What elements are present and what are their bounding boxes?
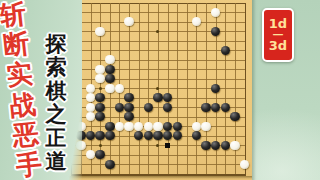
white-stone bbox=[86, 112, 95, 121]
black-stone bbox=[144, 131, 153, 140]
white-stone bbox=[95, 65, 104, 74]
star-point bbox=[99, 87, 102, 90]
black-stone bbox=[163, 122, 172, 131]
black-stone bbox=[95, 112, 104, 121]
black-stone bbox=[144, 103, 153, 112]
go-board bbox=[66, 0, 252, 180]
headline-black: 探索棋之正道 bbox=[41, 34, 71, 172]
black-stone bbox=[115, 103, 124, 112]
white-stone bbox=[192, 122, 201, 131]
grid-line-vertical bbox=[196, 3, 197, 175]
black-stone bbox=[201, 141, 210, 150]
black-stone bbox=[221, 103, 230, 112]
black-stone bbox=[124, 112, 133, 121]
white-stone bbox=[240, 160, 249, 169]
white-stone bbox=[230, 141, 239, 150]
black-stone bbox=[95, 103, 104, 112]
grid-line-vertical bbox=[168, 3, 169, 175]
white-stone bbox=[192, 17, 201, 26]
black-stone bbox=[211, 84, 220, 93]
white-stone bbox=[115, 122, 124, 131]
white-stone bbox=[115, 84, 124, 93]
headline-black-char: 正 bbox=[46, 128, 67, 149]
white-stone bbox=[124, 17, 133, 26]
black-stone bbox=[230, 112, 239, 121]
black-stone bbox=[105, 74, 114, 83]
white-stone bbox=[86, 84, 95, 93]
black-stone bbox=[173, 122, 182, 131]
white-stone bbox=[153, 122, 162, 131]
headline-black-char: 棋 bbox=[46, 81, 67, 102]
headline-red-char: 实 bbox=[5, 60, 34, 89]
move-square-marker bbox=[165, 143, 170, 148]
black-stone bbox=[95, 93, 104, 102]
white-stone bbox=[211, 8, 220, 17]
black-stone bbox=[192, 131, 201, 140]
headline-black-char: 之 bbox=[46, 104, 67, 125]
black-stone bbox=[163, 93, 172, 102]
black-stone bbox=[86, 131, 95, 140]
black-stone bbox=[134, 131, 143, 140]
white-stone bbox=[86, 93, 95, 102]
black-stone bbox=[124, 93, 133, 102]
headline-red-char: 斩 bbox=[0, 0, 27, 29]
headline-panel: 斩断实战恶手 探索棋之正道 bbox=[0, 0, 82, 180]
black-stone bbox=[105, 160, 114, 169]
headline-red-char: 战 bbox=[8, 90, 37, 119]
black-stone bbox=[163, 103, 172, 112]
headline-black-char: 道 bbox=[46, 151, 67, 172]
white-stone bbox=[105, 55, 114, 64]
black-stone bbox=[211, 27, 220, 36]
black-stone bbox=[163, 131, 172, 140]
headline-black-char: 探 bbox=[46, 34, 67, 55]
white-stone bbox=[134, 122, 143, 131]
black-stone bbox=[211, 103, 220, 112]
black-stone bbox=[201, 103, 210, 112]
black-stone bbox=[95, 150, 104, 159]
headline-red-char: 手 bbox=[15, 150, 44, 179]
board-bottom-shadow bbox=[66, 176, 252, 179]
white-stone bbox=[144, 122, 153, 131]
black-stone bbox=[221, 46, 230, 55]
black-stone bbox=[153, 93, 162, 102]
headline-black-char: 索 bbox=[46, 57, 67, 78]
headline-red-char: 恶 bbox=[11, 120, 40, 149]
white-stone bbox=[124, 122, 133, 131]
black-stone bbox=[105, 122, 114, 131]
white-stone bbox=[105, 84, 114, 93]
headline-red-char: 断 bbox=[2, 30, 31, 59]
black-stone bbox=[153, 131, 162, 140]
black-stone bbox=[95, 131, 104, 140]
black-stone bbox=[124, 103, 133, 112]
white-stone bbox=[95, 74, 104, 83]
black-stone bbox=[105, 131, 114, 140]
white-stone bbox=[201, 122, 210, 131]
star-point bbox=[99, 144, 102, 147]
rank-badge: 1d — 3d bbox=[262, 8, 294, 62]
black-stone bbox=[105, 65, 114, 74]
black-stone bbox=[173, 131, 182, 140]
grid-line-vertical bbox=[187, 3, 188, 175]
white-stone bbox=[95, 27, 104, 36]
grid-line-vertical bbox=[177, 3, 178, 175]
rank-badge-bottom: 3d bbox=[269, 39, 287, 53]
black-stone bbox=[211, 141, 220, 150]
white-stone bbox=[86, 103, 95, 112]
grid-line-horizontal bbox=[71, 164, 245, 165]
thumbnail-canvas: 斩断实战恶手 探索棋之正道 1d — 3d bbox=[0, 0, 320, 180]
white-stone bbox=[86, 150, 95, 159]
grid-line-vertical bbox=[245, 3, 246, 175]
black-stone bbox=[221, 141, 230, 150]
